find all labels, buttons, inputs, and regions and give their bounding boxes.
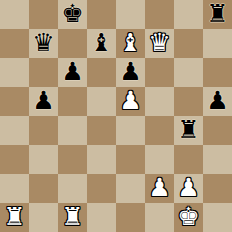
square-g1[interactable]: ♚ (174, 203, 203, 232)
chess-board: ♚♜♛♝♝♛♟♟♟♟♟♜♟♟♜♜♚ (0, 0, 232, 232)
black-rook[interactable]: ♜ (177, 115, 199, 144)
square-h7[interactable] (203, 29, 232, 58)
square-b4[interactable] (29, 116, 58, 145)
square-c6[interactable]: ♟ (58, 58, 87, 87)
square-g7[interactable] (174, 29, 203, 58)
white-queen[interactable]: ♛ (148, 28, 170, 57)
square-c2[interactable] (58, 174, 87, 203)
square-a1[interactable]: ♜ (0, 203, 29, 232)
square-g3[interactable] (174, 145, 203, 174)
white-bishop[interactable]: ♝ (119, 28, 141, 57)
square-e7[interactable]: ♝ (116, 29, 145, 58)
square-b3[interactable] (29, 145, 58, 174)
square-g8[interactable] (174, 0, 203, 29)
square-b5[interactable]: ♟ (29, 87, 58, 116)
square-f7[interactable]: ♛ (145, 29, 174, 58)
black-king[interactable]: ♚ (61, 0, 83, 28)
square-e5[interactable]: ♟ (116, 87, 145, 116)
square-f2[interactable]: ♟ (145, 174, 174, 203)
square-h8[interactable]: ♜ (203, 0, 232, 29)
square-g5[interactable] (174, 87, 203, 116)
square-a4[interactable] (0, 116, 29, 145)
square-h5[interactable]: ♟ (203, 87, 232, 116)
square-b2[interactable] (29, 174, 58, 203)
square-d2[interactable] (87, 174, 116, 203)
black-pawn[interactable]: ♟ (32, 86, 54, 115)
white-king[interactable]: ♚ (177, 202, 199, 231)
black-rook[interactable]: ♜ (206, 0, 228, 28)
square-b6[interactable] (29, 58, 58, 87)
square-b1[interactable] (29, 203, 58, 232)
black-queen[interactable]: ♛ (32, 28, 54, 57)
square-h4[interactable] (203, 116, 232, 145)
square-f6[interactable] (145, 58, 174, 87)
square-d3[interactable] (87, 145, 116, 174)
square-c5[interactable] (58, 87, 87, 116)
black-pawn[interactable]: ♟ (206, 86, 228, 115)
square-h1[interactable] (203, 203, 232, 232)
white-rook[interactable]: ♜ (3, 202, 25, 231)
square-e4[interactable] (116, 116, 145, 145)
square-c7[interactable] (58, 29, 87, 58)
square-a3[interactable] (0, 145, 29, 174)
square-h6[interactable] (203, 58, 232, 87)
square-h2[interactable] (203, 174, 232, 203)
square-h3[interactable] (203, 145, 232, 174)
square-g2[interactable]: ♟ (174, 174, 203, 203)
square-f1[interactable] (145, 203, 174, 232)
square-a2[interactable] (0, 174, 29, 203)
square-d6[interactable] (87, 58, 116, 87)
square-f3[interactable] (145, 145, 174, 174)
white-rook[interactable]: ♜ (61, 202, 83, 231)
square-f5[interactable] (145, 87, 174, 116)
square-e2[interactable] (116, 174, 145, 203)
square-e1[interactable] (116, 203, 145, 232)
square-f4[interactable] (145, 116, 174, 145)
black-bishop[interactable]: ♝ (90, 28, 112, 57)
square-g4[interactable]: ♜ (174, 116, 203, 145)
square-e3[interactable] (116, 145, 145, 174)
square-c1[interactable]: ♜ (58, 203, 87, 232)
square-d7[interactable]: ♝ (87, 29, 116, 58)
square-e8[interactable] (116, 0, 145, 29)
square-c3[interactable] (58, 145, 87, 174)
square-a5[interactable] (0, 87, 29, 116)
square-c8[interactable]: ♚ (58, 0, 87, 29)
square-a7[interactable] (0, 29, 29, 58)
square-a8[interactable] (0, 0, 29, 29)
white-pawn[interactable]: ♟ (119, 86, 141, 115)
square-f8[interactable] (145, 0, 174, 29)
square-g6[interactable] (174, 58, 203, 87)
square-d1[interactable] (87, 203, 116, 232)
square-d8[interactable] (87, 0, 116, 29)
square-a6[interactable] (0, 58, 29, 87)
chess-board-screenshot: ♚♜♛♝♝♛♟♟♟♟♟♜♟♟♜♜♚ (0, 0, 232, 232)
square-e6[interactable]: ♟ (116, 58, 145, 87)
square-b7[interactable]: ♛ (29, 29, 58, 58)
black-pawn[interactable]: ♟ (61, 57, 83, 86)
black-pawn[interactable]: ♟ (119, 57, 141, 86)
white-pawn[interactable]: ♟ (177, 173, 199, 202)
square-b8[interactable] (29, 0, 58, 29)
square-c4[interactable] (58, 116, 87, 145)
square-d4[interactable] (87, 116, 116, 145)
square-d5[interactable] (87, 87, 116, 116)
white-pawn[interactable]: ♟ (148, 173, 170, 202)
